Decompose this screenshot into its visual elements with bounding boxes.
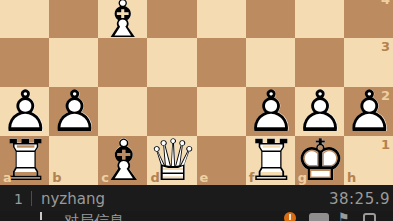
square-d4[interactable]	[147, 0, 196, 38]
white-bishop-glyph: ♗	[98, 136, 147, 185]
white-clock: 38:25.9	[329, 190, 390, 208]
piece-white-queen[interactable]: ♛♕	[147, 136, 196, 185]
square-f1[interactable]: ♜♖f	[246, 136, 295, 185]
square-e1[interactable]: e	[197, 136, 246, 185]
flag-icon[interactable]: ⚑	[338, 211, 350, 221]
square-e3[interactable]	[197, 38, 246, 87]
board-number: 1	[14, 191, 23, 207]
square-d3[interactable]	[147, 38, 196, 87]
player-name[interactable]: nyzhang	[41, 190, 105, 208]
square-e2[interactable]	[197, 87, 246, 136]
board-icon[interactable]	[309, 213, 329, 221]
square-h1[interactable]: 1h	[344, 136, 393, 185]
square-c3[interactable]	[98, 38, 147, 87]
piece-white-rook[interactable]: ♜♖	[0, 136, 49, 185]
piece-white-rook[interactable]: ♜♖	[246, 136, 295, 185]
square-g4[interactable]	[295, 0, 344, 38]
white-rook-glyph: ♖	[246, 136, 295, 185]
tab-game-info[interactable]: 对局信息	[64, 214, 124, 221]
file-label-b: b	[52, 171, 61, 184]
frame-icon[interactable]	[363, 213, 376, 221]
square-a4[interactable]	[0, 0, 49, 38]
square-b1[interactable]: b	[49, 136, 98, 185]
app-screen: ♝♗43♟♙♟♙♟♙♟♙♟♙2♜♖ab♝♗c♛♕de♜♖f♚♔g1h 1 nyz…	[0, 0, 393, 221]
square-c1[interactable]: ♝♗c	[98, 136, 147, 185]
alert-icon[interactable]	[284, 212, 296, 221]
square-b4[interactable]	[49, 0, 98, 38]
white-king-glyph: ♔	[295, 136, 344, 185]
divider	[31, 191, 32, 206]
square-f4[interactable]	[246, 0, 295, 38]
white-queen-glyph: ♕	[147, 136, 196, 185]
bottom-tab-bar: 对局信息 ⚑	[0, 211, 393, 221]
rank-label-1: 1	[381, 138, 390, 151]
chess-board: ♝♗43♟♙♟♙♟♙♟♙♟♙2♜♖ab♝♗c♛♕de♜♖f♚♔g1h	[0, 0, 393, 185]
white-rook-glyph: ♖	[0, 136, 49, 185]
piece-white-king[interactable]: ♚♔	[295, 136, 344, 185]
square-a1[interactable]: ♜♖a	[0, 136, 49, 185]
white-bishop-glyph: ♗	[98, 0, 147, 38]
square-d1[interactable]: ♛♕d	[147, 136, 196, 185]
piece-white-pawn[interactable]: ♟♙	[49, 87, 98, 136]
white-pawn-glyph: ♙	[344, 87, 393, 136]
piece-white-pawn[interactable]: ♟♙	[344, 87, 393, 136]
square-c4[interactable]: ♝♗	[98, 0, 147, 38]
rank-label-3: 3	[381, 40, 390, 53]
white-pawn-glyph: ♙	[49, 87, 98, 136]
square-b2[interactable]: ♟♙	[49, 87, 98, 136]
piece-white-bishop[interactable]: ♝♗	[98, 0, 147, 38]
list-icon	[40, 212, 42, 220]
square-e4[interactable]	[197, 0, 246, 38]
player-bar: 1 nyzhang 38:25.9	[0, 186, 393, 211]
square-h4[interactable]: 4	[344, 0, 393, 38]
square-g1[interactable]: ♚♔g	[295, 136, 344, 185]
file-label-h: h	[347, 171, 356, 184]
rank-label-4: 4	[381, 0, 390, 6]
square-h2[interactable]: ♟♙2	[344, 87, 393, 136]
piece-white-bishop[interactable]: ♝♗	[98, 136, 147, 185]
file-label-e: e	[200, 171, 209, 184]
